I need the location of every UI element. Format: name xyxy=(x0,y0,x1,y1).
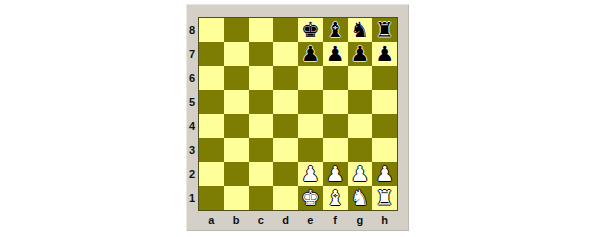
square-e3[interactable] xyxy=(298,138,323,162)
square-g4[interactable] xyxy=(348,114,373,138)
square-h3[interactable] xyxy=(372,138,397,162)
file-label-b: b xyxy=(224,213,249,228)
square-f8[interactable]: ♝ xyxy=(323,18,348,42)
square-f2[interactable]: ♟ xyxy=(323,162,348,186)
rank-label-7: 7 xyxy=(186,42,198,66)
square-c8[interactable] xyxy=(249,18,274,42)
square-a7[interactable] xyxy=(199,42,224,66)
black-king-e8[interactable]: ♚ xyxy=(298,18,323,42)
square-c4[interactable] xyxy=(249,114,274,138)
black-pawn-h7[interactable]: ♟ xyxy=(372,42,397,66)
square-d4[interactable] xyxy=(273,114,298,138)
square-b5[interactable] xyxy=(224,90,249,114)
square-g7[interactable]: ♟ xyxy=(348,42,373,66)
file-label-d: d xyxy=(273,213,298,228)
square-e2[interactable]: ♟ xyxy=(298,162,323,186)
rank-label-1: 1 xyxy=(186,186,198,210)
square-e1[interactable]: ♚ xyxy=(298,186,323,210)
square-h6[interactable] xyxy=(372,66,397,90)
black-bishop-f8[interactable]: ♝ xyxy=(323,18,348,42)
file-label-h: h xyxy=(372,213,397,228)
square-a4[interactable] xyxy=(199,114,224,138)
square-a1[interactable] xyxy=(199,186,224,210)
file-labels: abcdefgh xyxy=(199,213,397,228)
square-h8[interactable]: ♜ xyxy=(372,18,397,42)
square-f6[interactable] xyxy=(323,66,348,90)
square-c1[interactable] xyxy=(249,186,274,210)
black-pawn-f7[interactable]: ♟ xyxy=(323,42,348,66)
square-g3[interactable] xyxy=(348,138,373,162)
square-h5[interactable] xyxy=(372,90,397,114)
rank-label-6: 6 xyxy=(186,66,198,90)
square-c3[interactable] xyxy=(249,138,274,162)
square-b7[interactable] xyxy=(224,42,249,66)
square-h2[interactable]: ♟ xyxy=(372,162,397,186)
square-f4[interactable] xyxy=(323,114,348,138)
square-f7[interactable]: ♟ xyxy=(323,42,348,66)
square-b3[interactable] xyxy=(224,138,249,162)
square-b4[interactable] xyxy=(224,114,249,138)
square-d8[interactable] xyxy=(273,18,298,42)
file-label-f: f xyxy=(323,213,348,228)
file-label-g: g xyxy=(348,213,373,228)
square-f5[interactable] xyxy=(323,90,348,114)
black-rook-h8[interactable]: ♜ xyxy=(372,18,397,42)
square-d1[interactable] xyxy=(273,186,298,210)
square-b8[interactable] xyxy=(224,18,249,42)
square-d3[interactable] xyxy=(273,138,298,162)
white-knight-g1[interactable]: ♞ xyxy=(348,186,373,210)
square-h7[interactable]: ♟ xyxy=(372,42,397,66)
square-e6[interactable] xyxy=(298,66,323,90)
square-g8[interactable]: ♞ xyxy=(348,18,373,42)
white-king-e1[interactable]: ♚ xyxy=(298,186,323,210)
square-e4[interactable] xyxy=(298,114,323,138)
square-e7[interactable]: ♟ xyxy=(298,42,323,66)
square-d2[interactable] xyxy=(273,162,298,186)
square-d5[interactable] xyxy=(273,90,298,114)
rank-label-3: 3 xyxy=(186,138,198,162)
square-c5[interactable] xyxy=(249,90,274,114)
white-pawn-f2[interactable]: ♟ xyxy=(323,162,348,186)
square-d7[interactable] xyxy=(273,42,298,66)
white-pawn-e2[interactable]: ♟ xyxy=(298,162,323,186)
black-pawn-e7[interactable]: ♟ xyxy=(298,42,323,66)
white-pawn-h2[interactable]: ♟ xyxy=(372,162,397,186)
square-g6[interactable] xyxy=(348,66,373,90)
square-e5[interactable] xyxy=(298,90,323,114)
square-e8[interactable]: ♚ xyxy=(298,18,323,42)
board: ♚♝♞♜♟♟♟♟♟♟♟♟♚♝♞♜ xyxy=(198,17,398,211)
rank-label-2: 2 xyxy=(186,162,198,186)
file-label-a: a xyxy=(199,213,224,228)
square-g1[interactable]: ♞ xyxy=(348,186,373,210)
black-pawn-g7[interactable]: ♟ xyxy=(348,42,373,66)
square-g2[interactable]: ♟ xyxy=(348,162,373,186)
rank-label-8: 8 xyxy=(186,18,198,42)
square-a8[interactable] xyxy=(199,18,224,42)
square-g5[interactable] xyxy=(348,90,373,114)
file-label-c: c xyxy=(249,213,274,228)
square-h4[interactable] xyxy=(372,114,397,138)
square-b6[interactable] xyxy=(224,66,249,90)
square-b1[interactable] xyxy=(224,186,249,210)
square-a3[interactable] xyxy=(199,138,224,162)
square-f1[interactable]: ♝ xyxy=(323,186,348,210)
white-pawn-g2[interactable]: ♟ xyxy=(348,162,373,186)
chessboard-frame: 87654321 ♚♝♞♜♟♟♟♟♟♟♟♟♚♝♞♜ abcdefgh xyxy=(186,4,409,231)
square-d6[interactable] xyxy=(273,66,298,90)
square-a6[interactable] xyxy=(199,66,224,90)
square-f3[interactable] xyxy=(323,138,348,162)
rank-label-5: 5 xyxy=(186,90,198,114)
square-c7[interactable] xyxy=(249,42,274,66)
square-c2[interactable] xyxy=(249,162,274,186)
square-b2[interactable] xyxy=(224,162,249,186)
rank-labels: 87654321 xyxy=(186,18,198,210)
white-rook-h1[interactable]: ♜ xyxy=(372,186,397,210)
square-a2[interactable] xyxy=(199,162,224,186)
page: 87654321 ♚♝♞♜♟♟♟♟♟♟♟♟♚♝♞♜ abcdefgh xyxy=(0,0,591,237)
rank-label-4: 4 xyxy=(186,114,198,138)
file-label-e: e xyxy=(298,213,323,228)
square-h1[interactable]: ♜ xyxy=(372,186,397,210)
black-knight-g8[interactable]: ♞ xyxy=(348,18,373,42)
square-a5[interactable] xyxy=(199,90,224,114)
white-bishop-f1[interactable]: ♝ xyxy=(323,186,348,210)
square-c6[interactable] xyxy=(249,66,274,90)
